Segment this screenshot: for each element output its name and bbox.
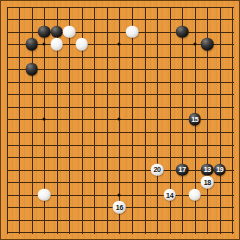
stone-white-K3: 16 (113, 201, 126, 214)
grid-line-h (7, 157, 234, 158)
stone-black-R16 (201, 38, 214, 51)
stone-white-D4 (38, 188, 51, 201)
move-number-label: 14 (166, 191, 173, 198)
grid-line-h (7, 232, 234, 233)
grid-line-v (132, 7, 133, 234)
move-number-label: 19 (216, 166, 223, 173)
star-point (193, 43, 196, 46)
move-number-label: 18 (204, 179, 211, 186)
stone-white-Q4 (188, 188, 201, 201)
star-point (43, 43, 46, 46)
star-point (43, 118, 46, 121)
move-number-label: 17 (179, 166, 186, 173)
stone-white-E16 (50, 38, 63, 51)
stone-white-R5: 18 (201, 176, 214, 189)
grid-line-h (7, 145, 234, 146)
grid-line-v (145, 7, 146, 234)
star-point (118, 43, 121, 46)
go-diagram: 1314151617181920 (0, 0, 240, 240)
star-point (118, 193, 121, 196)
stone-white-F17 (63, 25, 76, 38)
grid-line-h (7, 132, 234, 133)
stone-white-O4: 14 (163, 188, 176, 201)
stone-black-C16 (25, 38, 38, 51)
stone-black-Q10: 15 (188, 113, 201, 126)
grid-line-h (7, 220, 234, 221)
stone-black-D17 (38, 25, 51, 38)
stone-black-P17 (176, 25, 189, 38)
stone-black-C14 (25, 63, 38, 76)
stone-white-N6: 20 (151, 163, 164, 176)
move-number-label: 20 (154, 166, 161, 173)
grid-line-h (7, 182, 234, 183)
move-number-label: 16 (116, 204, 123, 211)
grid-line-v (220, 7, 221, 234)
grid-line-v (157, 7, 158, 234)
go-board[interactable]: 1314151617181920 (0, 0, 240, 240)
move-number-label: 15 (191, 116, 198, 123)
star-point (118, 118, 121, 121)
stone-black-R6: 13 (201, 163, 214, 176)
move-number-label: 13 (204, 166, 211, 173)
stone-white-L17 (126, 25, 139, 38)
grid-line-v (182, 7, 183, 234)
stone-black-S6: 19 (214, 163, 227, 176)
stone-black-P6: 17 (176, 163, 189, 176)
stone-white-G16 (76, 38, 89, 51)
stone-black-E17 (50, 25, 63, 38)
grid-line-h (7, 170, 234, 171)
grid-line-v (232, 7, 233, 234)
